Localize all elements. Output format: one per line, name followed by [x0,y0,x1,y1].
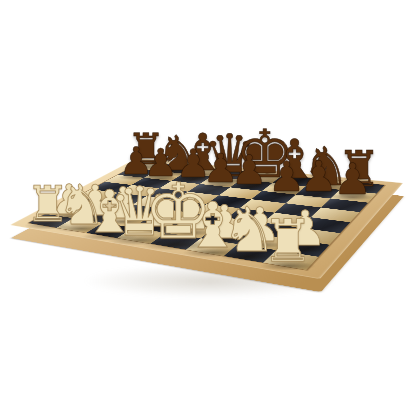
board-squares-grid [29,162,385,270]
chess-set-photo: ♜♞♝♛♚♝♞♜♟♟♟♟♟♟♟♟♟♟♟♟♟♟♟♟♜♞♝♛♚♝♞♜ [0,0,416,416]
